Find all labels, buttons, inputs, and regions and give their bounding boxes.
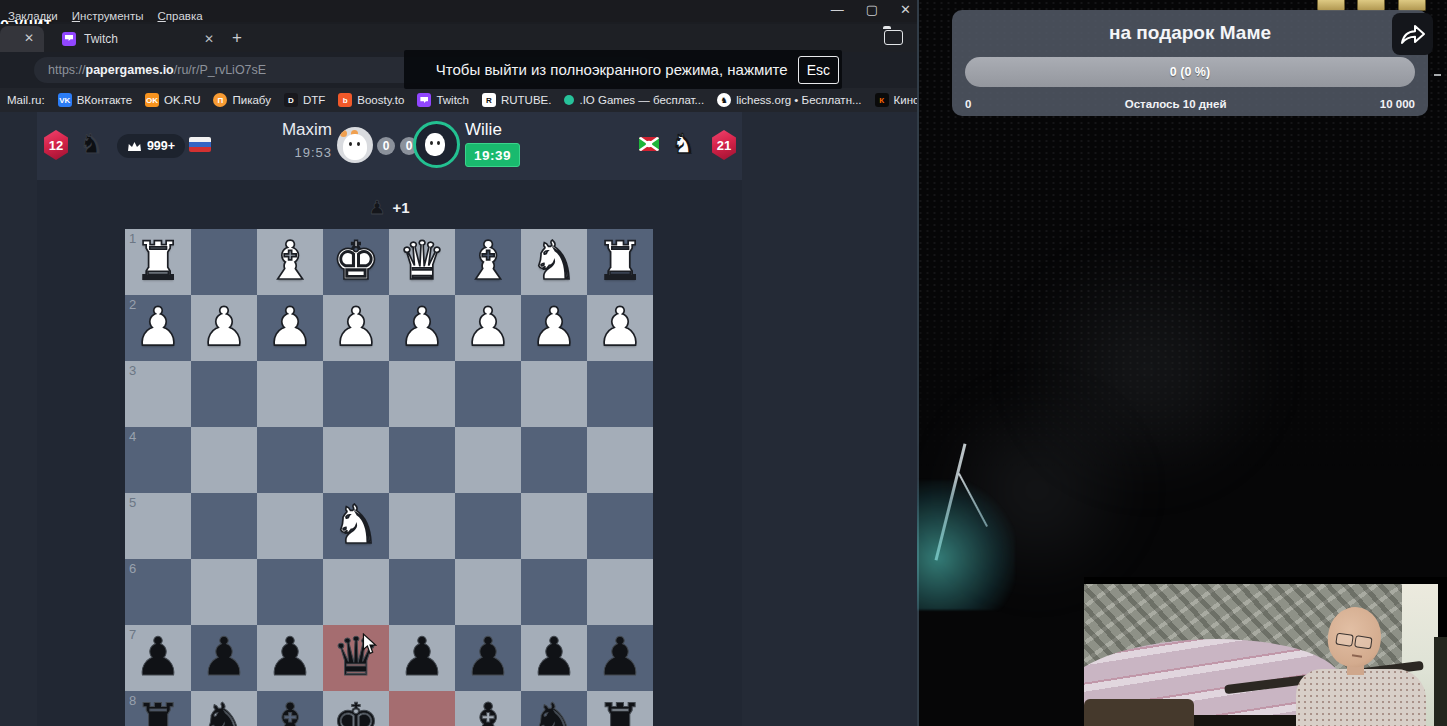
bookmark-label: Twitch — [436, 94, 469, 106]
player1-name: Maxim — [232, 120, 332, 140]
bookmark-label: Пикабу — [232, 94, 270, 106]
square[interactable]: ♟ — [455, 625, 521, 691]
panel-toggle-icon[interactable] — [884, 30, 903, 45]
rank-label: 5 — [129, 495, 136, 510]
square[interactable]: ♟ — [521, 295, 587, 361]
webpage: 12 ♞ 999+ Maxim 19:53 — [0, 112, 917, 726]
rank-label: 7 — [129, 627, 136, 642]
donation-goal: 10 000 — [1380, 98, 1415, 110]
square[interactable]: 4 — [125, 427, 191, 493]
square[interactable]: 7♟ — [125, 625, 191, 691]
square[interactable]: ♟ — [323, 295, 389, 361]
screen: ЗакладкиИнструментыСправка — ▢ ✕ е учит … — [0, 0, 1447, 726]
fullscreen-notice: Чтобы выйти из полноэкранного режима, на… — [404, 50, 842, 89]
square[interactable] — [389, 493, 455, 559]
square[interactable]: ♟ — [389, 625, 455, 691]
square[interactable]: ♟ — [455, 295, 521, 361]
square[interactable]: ♟ — [587, 625, 653, 691]
bookmark-favicon — [564, 95, 574, 105]
square[interactable]: 5 — [125, 493, 191, 559]
square[interactable]: ♞ — [521, 691, 587, 726]
tab-active-stub[interactable]: ✕ — [0, 26, 44, 52]
piece-bP[interactable]: ♟ — [521, 625, 587, 691]
piece-wB[interactable]: ♝ — [257, 229, 323, 295]
piece-bB[interactable]: ♝ — [455, 691, 521, 726]
piece-bN[interactable]: ♞ — [191, 691, 257, 726]
square[interactable]: ♝ — [455, 229, 521, 295]
square[interactable]: ♟ — [257, 295, 323, 361]
square[interactable]: ♜ — [587, 691, 653, 726]
player1-avatar[interactable] — [337, 127, 373, 163]
bookmark-label: RUTUBE. — [501, 94, 551, 106]
rating-value: 999+ — [147, 139, 175, 153]
piece-wR[interactable]: ♜ — [587, 229, 653, 295]
teal-splash — [917, 480, 1015, 610]
tab-twitch[interactable]: Twitch ✕ — [50, 26, 224, 52]
bookmark-favicon: VK — [58, 93, 72, 107]
square[interactable]: ♞ — [191, 691, 257, 726]
twitch-favicon — [62, 32, 76, 46]
share-button[interactable] — [1392, 13, 1433, 55]
square[interactable] — [521, 361, 587, 427]
piece-bN[interactable]: ♞ — [521, 691, 587, 726]
bookmark-favicon: D — [284, 93, 298, 107]
square[interactable] — [257, 427, 323, 493]
donation-progress-label: 0 (0 %) — [1170, 65, 1210, 79]
bookmark-label: DTF — [303, 94, 325, 106]
bookmarks-bar: Mail.ru:VKВКонтактеOKOK.RUППикабуDDTFbBo… — [0, 88, 917, 112]
russia-flag — [189, 137, 211, 152]
square[interactable]: ♝ — [257, 691, 323, 726]
square[interactable]: ♟ — [191, 625, 257, 691]
avatar-ear — [340, 130, 347, 137]
square[interactable]: ♜ — [587, 229, 653, 295]
bookmark-item[interactable]: .IO Games — бесплат... — [564, 94, 704, 106]
rank-label: 3 — [129, 363, 136, 378]
piece-wK[interactable]: ♚ — [323, 229, 389, 295]
bookmark-favicon: П — [213, 93, 227, 107]
dark-object — [1434, 637, 1447, 726]
square[interactable]: ♚ — [323, 691, 389, 726]
square[interactable]: ♝ — [455, 691, 521, 726]
square[interactable] — [455, 559, 521, 625]
bookmark-item[interactable]: RRUTUBE. — [482, 93, 551, 107]
square[interactable] — [323, 559, 389, 625]
window-controls: — ▢ ✕ — [831, 2, 911, 17]
square[interactable]: ♟ — [257, 625, 323, 691]
donation-status: Осталось 10 дней — [1125, 98, 1227, 110]
square[interactable]: ♟ — [521, 625, 587, 691]
square[interactable]: ♚ — [323, 229, 389, 295]
bookmark-label: lichess.org • Бесплатн... — [736, 94, 861, 106]
bookmark-favicon: К — [875, 93, 889, 107]
browser-titlebar: ЗакладкиИнструментыСправка — ▢ ✕ — [0, 0, 917, 22]
donation-widget: на подарок Маме 0 (0 %) 0 Осталось 10 дн… — [952, 10, 1428, 116]
square[interactable]: ♟ — [587, 295, 653, 361]
crown-icon — [127, 141, 142, 152]
square[interactable] — [389, 559, 455, 625]
piece-wP[interactable]: ♟ — [323, 295, 389, 361]
material-advantage: ♟ +1 — [329, 195, 449, 219]
menu-item[interactable]: Справка — [158, 10, 203, 22]
bookmark-favicon — [417, 93, 431, 107]
burundi-flag — [639, 137, 659, 151]
couch-arm — [1084, 699, 1194, 726]
square[interactable] — [389, 427, 455, 493]
avatar-character — [425, 133, 445, 156]
webcam-feed — [1084, 577, 1447, 726]
square[interactable] — [521, 559, 587, 625]
bookmark-item[interactable]: Twitch — [417, 93, 469, 107]
close-button[interactable]: ✕ — [900, 2, 911, 17]
square[interactable]: ♞ — [521, 229, 587, 295]
piece-bR[interactable]: ♜ — [587, 691, 653, 726]
piece-wN[interactable]: ♞ — [323, 493, 389, 559]
player1-clock: 19:53 — [232, 145, 332, 160]
bookmark-item[interactable]: VKВКонтакте — [58, 93, 132, 107]
piece-bK[interactable]: ♚ — [323, 691, 389, 726]
player2-name: Wilie — [465, 120, 502, 140]
piece-wP[interactable]: ♟ — [521, 295, 587, 361]
black-knight-icon: ♞ — [79, 129, 103, 159]
tab-close-icon[interactable]: ✕ — [24, 31, 34, 45]
piece-wP[interactable]: ♟ — [257, 295, 323, 361]
square[interactable] — [191, 361, 257, 427]
square[interactable]: ♞ — [323, 493, 389, 559]
captured-pawn-icon: ♟ — [368, 196, 385, 218]
donation-title: на подарок Маме — [952, 22, 1428, 44]
rank-label: 6 — [129, 561, 136, 576]
piece-wP[interactable]: ♟ — [455, 295, 521, 361]
bookmark-item[interactable]: ♞lichess.org • Бесплатн... — [717, 93, 861, 107]
score-player1: 0 — [377, 137, 395, 155]
bookmark-favicon: OK — [145, 93, 159, 107]
maximize-button[interactable]: ▢ — [866, 2, 878, 17]
square[interactable] — [191, 427, 257, 493]
square[interactable] — [323, 427, 389, 493]
share-arrow-icon — [1400, 22, 1426, 46]
square[interactable] — [191, 229, 257, 295]
piece-wN[interactable]: ♞ — [521, 229, 587, 295]
square[interactable] — [323, 361, 389, 427]
bookmark-favicon: R — [482, 93, 496, 107]
square[interactable]: ♟ — [389, 295, 455, 361]
notice-text: Чтобы выйти из полноэкранного режима, на… — [436, 61, 788, 78]
menu-item[interactable]: Инструменты — [72, 10, 144, 22]
square[interactable]: ♝ — [257, 229, 323, 295]
square[interactable] — [521, 427, 587, 493]
player2-avatar[interactable] — [413, 121, 460, 168]
piece-bP[interactable]: ♟ — [191, 625, 257, 691]
bookmark-label: Кинопоиск. Онлайн к... — [894, 94, 917, 106]
streamer-shirt — [1296, 669, 1426, 726]
piece-bB[interactable]: ♝ — [257, 691, 323, 726]
material-value: +1 — [392, 199, 409, 216]
piece-wP[interactable]: ♟ — [191, 295, 257, 361]
square[interactable] — [455, 427, 521, 493]
square[interactable] — [257, 559, 323, 625]
white-knight-icon: ♞ — [671, 129, 695, 159]
square[interactable]: ♛ — [323, 625, 389, 691]
bookmark-item[interactable]: ККинопоиск. Онлайн к... — [875, 93, 917, 107]
bookmark-item[interactable]: OKOK.RU — [145, 93, 200, 107]
url-domain: papergames.io — [86, 63, 174, 77]
square[interactable]: 2♟ — [125, 295, 191, 361]
rating-pill: 999+ — [117, 134, 185, 158]
square[interactable] — [587, 361, 653, 427]
square[interactable]: ♛ — [389, 229, 455, 295]
bookmark-item[interactable]: DDTF — [284, 93, 325, 107]
square[interactable] — [587, 427, 653, 493]
bookmark-label: Mail.ru: — [7, 94, 45, 106]
bookmark-favicon: b — [338, 93, 352, 107]
tab-strip: ✕ Twitch ✕ + — [0, 24, 917, 52]
square[interactable]: 1♜ — [125, 229, 191, 295]
square[interactable] — [455, 361, 521, 427]
bookmark-label: Boosty.to — [357, 94, 404, 106]
rank-label: 4 — [129, 429, 136, 444]
square[interactable]: 6 — [125, 559, 191, 625]
square[interactable] — [587, 493, 653, 559]
level-badge-right: 21 — [711, 130, 737, 160]
piece-bP[interactable]: ♟ — [587, 625, 653, 691]
esc-key: Esc — [798, 56, 839, 84]
square[interactable] — [587, 559, 653, 625]
donation-progress-bar: 0 (0 %) — [965, 57, 1415, 87]
bookmark-item[interactable]: bBoosty.to — [338, 93, 404, 107]
square[interactable] — [455, 493, 521, 559]
piece-bP[interactable]: ♟ — [455, 625, 521, 691]
minimize-button[interactable]: — — [831, 2, 844, 17]
url-scheme: https:// — [48, 63, 86, 77]
tab-close-icon[interactable]: ✕ — [204, 32, 214, 46]
bookmark-label: OK.RU — [164, 94, 200, 106]
chess-board: 1♜♝♚♛♝♞♜2♟♟♟♟♟♟♟♟345♞67♟♟♟♛♟♟♟♟8♜♞♝♚♝♞♜ — [125, 229, 653, 726]
square[interactable] — [191, 559, 257, 625]
game-panel: 12 ♞ 999+ Maxim 19:53 — [37, 112, 742, 726]
square[interactable] — [389, 691, 455, 726]
players-bar: 12 ♞ 999+ Maxim 19:53 — [37, 112, 742, 180]
rank-label: 1 — [129, 231, 136, 246]
piece-wB[interactable]: ♝ — [455, 229, 521, 295]
piece-wP[interactable]: ♟ — [587, 295, 653, 361]
piece-bP[interactable]: ♟ — [389, 625, 455, 691]
level-badge-left: 12 — [43, 130, 69, 160]
piece-bP[interactable]: ♟ — [257, 625, 323, 691]
bookmark-favicon: ♞ — [717, 93, 731, 107]
square[interactable] — [191, 493, 257, 559]
donation-min: 0 — [965, 98, 971, 110]
piece-wP[interactable]: ♟ — [389, 295, 455, 361]
tab-label: Twitch — [84, 32, 204, 46]
bookmark-item[interactable]: ППикабу — [213, 93, 270, 107]
piece-wQ[interactable]: ♛ — [389, 229, 455, 295]
square[interactable]: 3 — [125, 361, 191, 427]
url-path: /ru/r/P_rvLiO7sE — [174, 63, 266, 77]
browser-window: ЗакладкиИнструментыСправка — ▢ ✕ е учит … — [0, 0, 917, 726]
bookmark-label: ВКонтакте — [77, 94, 132, 106]
bookmark-item[interactable]: Mail.ru: — [2, 94, 45, 106]
piece-bQ[interactable]: ♛ — [323, 625, 389, 691]
player2-clock-active: 19:39 — [465, 143, 520, 167]
square[interactable] — [389, 361, 455, 427]
new-tab-button[interactable]: + — [232, 28, 242, 48]
square[interactable] — [257, 361, 323, 427]
square[interactable] — [521, 493, 587, 559]
mouse-cursor — [362, 633, 377, 655]
match-score: 0 0 — [377, 137, 418, 155]
rank-label: 8 — [129, 693, 136, 708]
square[interactable]: ♟ — [191, 295, 257, 361]
avatar-character — [343, 134, 367, 160]
tick-mark — [1434, 74, 1441, 76]
bookmark-label: .IO Games — бесплат... — [579, 94, 704, 106]
rank-label: 2 — [129, 297, 136, 312]
square[interactable] — [257, 493, 323, 559]
square[interactable]: 8♜ — [125, 691, 191, 726]
